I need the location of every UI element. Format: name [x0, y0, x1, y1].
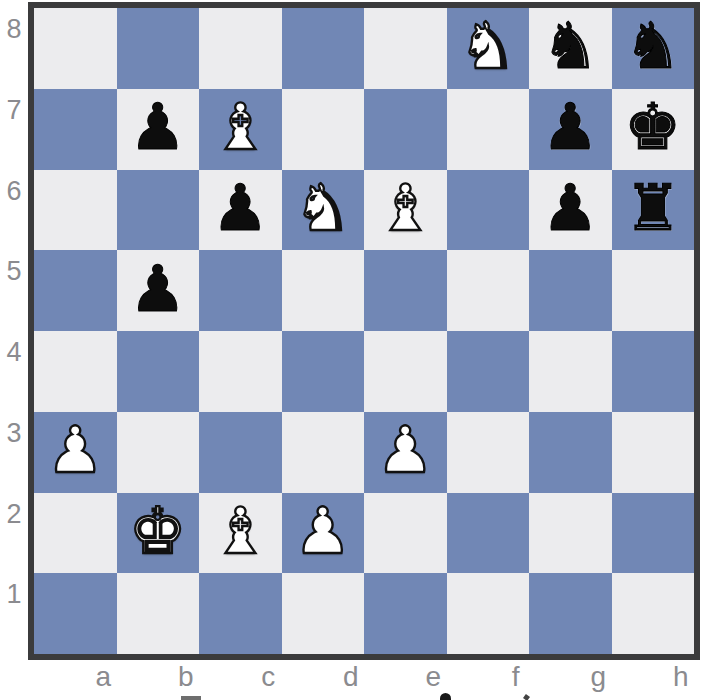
- square-a8[interactable]: [34, 8, 117, 89]
- square-c5[interactable]: [199, 250, 282, 331]
- square-h8[interactable]: ♞: [612, 8, 695, 89]
- square-g8[interactable]: ♞: [529, 8, 612, 89]
- piece-black-knight[interactable]: ♞: [542, 14, 599, 78]
- square-f3[interactable]: [447, 412, 530, 493]
- square-a4[interactable]: [34, 331, 117, 412]
- piece-black-pawn[interactable]: ♟: [542, 95, 599, 159]
- square-c4[interactable]: [199, 331, 282, 412]
- file-label-e: e: [392, 658, 475, 696]
- square-b6[interactable]: [117, 170, 200, 251]
- piece-black-pawn[interactable]: ♟: [212, 176, 269, 240]
- square-b1[interactable]: [117, 573, 200, 654]
- rank-label-6: 6: [0, 170, 28, 251]
- square-f1[interactable]: [447, 573, 530, 654]
- square-a6[interactable]: [34, 170, 117, 251]
- rank-label-7: 7: [0, 89, 28, 170]
- square-a7[interactable]: [34, 89, 117, 170]
- square-f4[interactable]: [447, 331, 530, 412]
- square-e8[interactable]: [364, 8, 447, 89]
- square-a1[interactable]: [34, 573, 117, 654]
- piece-white-knight[interactable]: ♞: [459, 14, 516, 78]
- square-g7[interactable]: ♟: [529, 89, 612, 170]
- cropped-content-artifact: [181, 696, 201, 700]
- piece-white-pawn[interactable]: ♟: [47, 418, 104, 482]
- piece-black-knight[interactable]: ♞: [624, 14, 681, 78]
- square-b8[interactable]: [117, 8, 200, 89]
- file-label-d: d: [310, 658, 393, 696]
- square-g1[interactable]: [529, 573, 612, 654]
- square-d5[interactable]: [282, 250, 365, 331]
- square-e3[interactable]: ♟: [364, 412, 447, 493]
- square-f2[interactable]: [447, 493, 530, 574]
- rank-label-4: 4: [0, 331, 28, 412]
- square-c3[interactable]: [199, 412, 282, 493]
- square-e4[interactable]: [364, 331, 447, 412]
- rank-labels: 87654321: [0, 8, 28, 654]
- file-label-c: c: [227, 658, 310, 696]
- piece-black-pawn[interactable]: ♟: [542, 176, 599, 240]
- square-d7[interactable]: [282, 89, 365, 170]
- piece-white-knight[interactable]: ♞: [294, 176, 351, 240]
- square-g2[interactable]: [529, 493, 612, 574]
- file-label-h: h: [640, 658, 720, 696]
- square-g4[interactable]: [529, 331, 612, 412]
- file-labels: abcdefgh: [62, 658, 720, 696]
- rank-label-8: 8: [0, 8, 28, 89]
- square-e5[interactable]: [364, 250, 447, 331]
- file-label-b: b: [145, 658, 228, 696]
- square-f7[interactable]: [447, 89, 530, 170]
- piece-white-bishop[interactable]: ♝: [212, 95, 269, 159]
- square-b3[interactable]: [117, 412, 200, 493]
- chess-board: ♞♞♞♟♝♟♚♟♞♝♟♜♟♟♟♚♝♟: [34, 8, 694, 654]
- square-b2[interactable]: ♚: [117, 493, 200, 574]
- square-f5[interactable]: [447, 250, 530, 331]
- piece-black-king[interactable]: ♚: [624, 95, 681, 159]
- square-d2[interactable]: ♟: [282, 493, 365, 574]
- square-d1[interactable]: [282, 573, 365, 654]
- square-f8[interactable]: ♞: [447, 8, 530, 89]
- square-c6[interactable]: ♟: [199, 170, 282, 251]
- piece-white-king[interactable]: ♚: [129, 499, 186, 563]
- square-c1[interactable]: [199, 573, 282, 654]
- square-h6[interactable]: ♜: [612, 170, 695, 251]
- square-d8[interactable]: [282, 8, 365, 89]
- piece-black-pawn[interactable]: ♟: [129, 95, 186, 159]
- square-g5[interactable]: [529, 250, 612, 331]
- cropped-content-artifact: [440, 693, 451, 700]
- square-c8[interactable]: [199, 8, 282, 89]
- square-h7[interactable]: ♚: [612, 89, 695, 170]
- rank-label-1: 1: [0, 573, 28, 654]
- square-a5[interactable]: [34, 250, 117, 331]
- square-h1[interactable]: [612, 573, 695, 654]
- square-g3[interactable]: [529, 412, 612, 493]
- file-label-a: a: [62, 658, 145, 696]
- rank-label-5: 5: [0, 250, 28, 331]
- square-d4[interactable]: [282, 331, 365, 412]
- square-h4[interactable]: [612, 331, 695, 412]
- square-b4[interactable]: [117, 331, 200, 412]
- piece-white-bishop[interactable]: ♝: [212, 499, 269, 563]
- square-e1[interactable]: [364, 573, 447, 654]
- square-d6[interactable]: ♞: [282, 170, 365, 251]
- square-d3[interactable]: [282, 412, 365, 493]
- square-b5[interactable]: ♟: [117, 250, 200, 331]
- square-b7[interactable]: ♟: [117, 89, 200, 170]
- piece-white-bishop[interactable]: ♝: [377, 176, 434, 240]
- square-h5[interactable]: [612, 250, 695, 331]
- rank-label-2: 2: [0, 493, 28, 574]
- piece-black-pawn[interactable]: ♟: [129, 257, 186, 321]
- square-a3[interactable]: ♟: [34, 412, 117, 493]
- board-border: ♞♞♞♟♝♟♚♟♞♝♟♜♟♟♟♚♝♟: [28, 2, 700, 660]
- square-c7[interactable]: ♝: [199, 89, 282, 170]
- square-f6[interactable]: [447, 170, 530, 251]
- piece-white-pawn[interactable]: ♟: [377, 418, 434, 482]
- square-e6[interactable]: ♝: [364, 170, 447, 251]
- square-e7[interactable]: [364, 89, 447, 170]
- square-e2[interactable]: [364, 493, 447, 574]
- file-label-f: f: [475, 658, 558, 696]
- piece-white-pawn[interactable]: ♟: [294, 499, 351, 563]
- square-a2[interactable]: [34, 493, 117, 574]
- piece-black-rook[interactable]: ♜: [624, 176, 681, 240]
- file-label-g: g: [557, 658, 640, 696]
- chess-app: 87654321 ♞♞♞♟♝♟♚♟♞♝♟♜♟♟♟♚♝♟ abcdefgh: [0, 0, 720, 700]
- rank-label-3: 3: [0, 412, 28, 493]
- square-g6[interactable]: ♟: [529, 170, 612, 251]
- square-h2[interactable]: [612, 493, 695, 574]
- square-h3[interactable]: [612, 412, 695, 493]
- square-c2[interactable]: ♝: [199, 493, 282, 574]
